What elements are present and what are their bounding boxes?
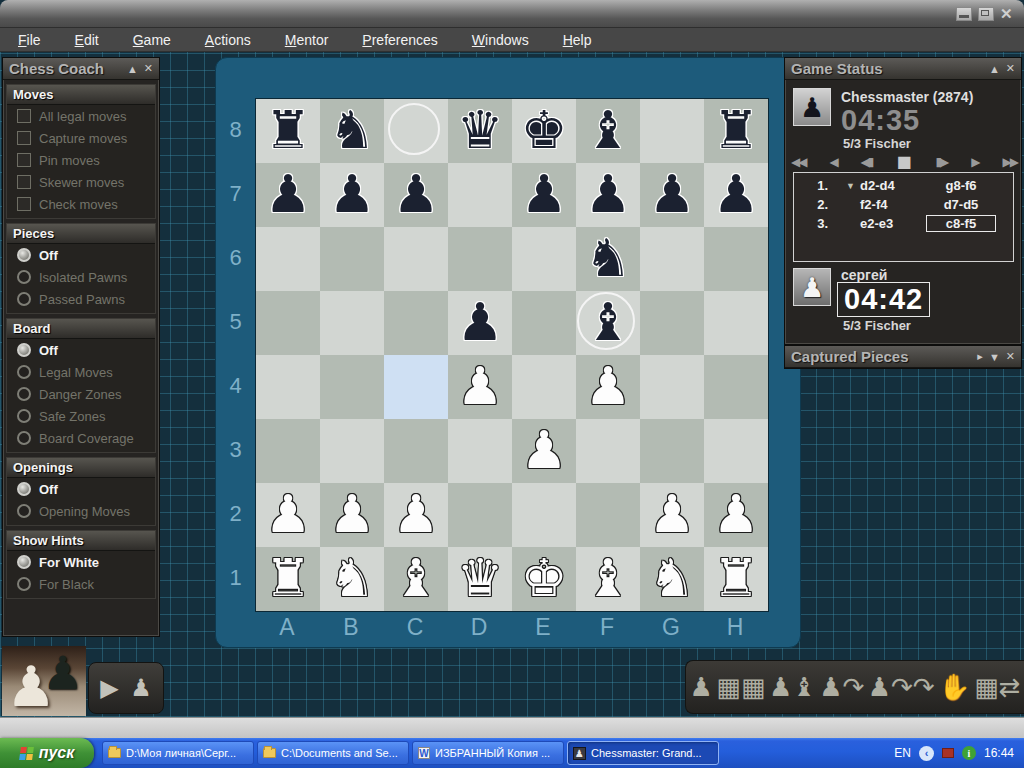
square-f8[interactable]: ♝	[576, 99, 640, 163]
radio-safe-zones[interactable]: Safe Zones	[7, 405, 155, 427]
checkbox-icon	[17, 197, 31, 211]
expand-right-icon[interactable]: ▸	[977, 350, 983, 363]
move-row-3: 3.e2-e3c8-f5	[794, 214, 1013, 233]
task-d-моя-личная-серг-[interactable]: D:\Моя личная\Серг...	[102, 741, 254, 765]
file-label-d: D	[447, 610, 511, 644]
step-back-icon[interactable]: ◀▮	[861, 155, 873, 169]
square-d5[interactable]: ♟	[448, 291, 512, 355]
rank-labels: 87654321	[216, 98, 255, 610]
piece-d5[interactable]: ♟	[448, 291, 512, 355]
captured-pieces-header: Captured Pieces ▸ ▼ ✕	[785, 346, 1021, 368]
square-a1[interactable]: ♜	[256, 547, 320, 611]
folder-icon	[263, 748, 276, 758]
square-c7[interactable]: ♟	[384, 163, 448, 227]
game-status-panel: Game Status ▲ ✕ ♟ Chessmaster (2874) 04:…	[784, 57, 1022, 345]
chessmaster-window: FileEditGameActionsMentorPreferencesWind…	[0, 0, 1024, 768]
rank-label-2: 2	[216, 482, 255, 546]
rank-label-4: 4	[216, 354, 255, 418]
piece-c1[interactable]: ♝	[384, 547, 448, 611]
white-move[interactable]: f2-f4	[858, 197, 926, 212]
square-f2[interactable]	[576, 483, 640, 547]
piece-d8[interactable]: ♛	[448, 99, 512, 163]
chess-coach-title: Chess Coach	[9, 60, 121, 77]
file-label-b: B	[319, 610, 383, 644]
piece-g7[interactable]: ♟	[640, 163, 704, 227]
task-label: Chessmaster: Grand...	[591, 747, 702, 759]
radio-for-white[interactable]: For White	[7, 551, 155, 573]
flip-board-icon[interactable]: ▦⇄	[974, 674, 1020, 700]
piece-a7[interactable]: ♟	[256, 163, 320, 227]
task-избранный-копия-[interactable]: WИЗБРАННЫЙ Копия ...	[412, 741, 564, 765]
square-a4[interactable]	[256, 355, 320, 419]
board-themes-icon[interactable]: ▦▦	[716, 674, 765, 700]
square-h7[interactable]: ♟	[704, 163, 768, 227]
windows-logo-icon	[19, 747, 34, 760]
option-label: Off	[39, 248, 58, 263]
option-label: For Black	[39, 577, 94, 592]
chess-coach-header: Chess Coach ▲ ✕	[3, 58, 159, 80]
option-label: Isolated Pawns	[39, 270, 127, 285]
piece-f5[interactable]: ♝	[576, 291, 640, 355]
piece-e1[interactable]: ♚	[512, 547, 576, 611]
move-number: 1.	[794, 178, 832, 193]
square-h3[interactable]	[704, 419, 768, 483]
square-d2[interactable]	[448, 483, 512, 547]
section-title-show-hints: Show Hints	[7, 531, 155, 551]
radio-passed-pawns[interactable]: Passed Pawns	[7, 288, 155, 310]
file-label-h: H	[703, 610, 767, 644]
black-player-clock: 04:35	[841, 104, 920, 137]
square-d1[interactable]: ♛	[448, 547, 512, 611]
rank-label-8: 8	[216, 98, 255, 162]
replay-moves-icon[interactable]: ♟↷↷	[868, 674, 935, 700]
square-c4[interactable]	[384, 355, 448, 419]
move-row-1: 1.▼d2-d4g8-f6	[794, 176, 1013, 195]
square-f3[interactable]	[576, 419, 640, 483]
white-player-avatar: ♟	[793, 268, 831, 306]
square-f1[interactable]: ♝	[576, 547, 640, 611]
radio-off[interactable]: Off	[7, 339, 155, 361]
square-d4[interactable]: ♟	[448, 355, 512, 419]
radio-icon	[17, 431, 31, 445]
option-label: Legal Moves	[39, 365, 113, 380]
radio-icon	[17, 409, 31, 423]
word-icon: W	[418, 747, 430, 759]
task-label: D:\Моя личная\Серг...	[126, 747, 236, 759]
file-label-a: A	[255, 610, 319, 644]
title-bar	[0, 0, 1024, 28]
option-label: Opening Moves	[39, 504, 130, 519]
piece-f8[interactable]: ♝	[576, 99, 640, 163]
square-b8[interactable]: ♞	[320, 99, 384, 163]
file-label-e: E	[511, 610, 575, 644]
captured-pieces-title: Captured Pieces	[791, 348, 971, 365]
start-button[interactable]: пуск	[0, 738, 94, 768]
option-label: Off	[39, 482, 58, 497]
game-status-title: Game Status	[791, 60, 983, 77]
radio-icon	[17, 504, 31, 518]
option-label: All legal moves	[39, 109, 126, 124]
file-label-g: G	[639, 610, 703, 644]
piece-sets-icon[interactable]: ♟♝	[769, 674, 816, 700]
menu-mentor[interactable]: Mentor	[285, 32, 329, 48]
piece-h2[interactable]: ♟	[704, 483, 768, 547]
square-b6[interactable]	[320, 227, 384, 291]
close-panel-icon[interactable]: ✕	[1006, 350, 1015, 363]
chessmaster-icon: ♟	[573, 747, 586, 760]
square-h6[interactable]	[704, 227, 768, 291]
skip-to-start-icon[interactable]: ◀◀	[791, 155, 805, 169]
piece-c7[interactable]: ♟	[384, 163, 448, 227]
undo-move-icon[interactable]: ♟↷	[819, 674, 864, 700]
square-c5[interactable]	[384, 291, 448, 355]
window-controls	[956, 7, 1014, 21]
coach-section-board: BoardOffLegal MovesDanger ZonesSafe Zone…	[6, 318, 156, 453]
piece-stand-icon[interactable]: ♟	[690, 674, 713, 700]
square-f6[interactable]: ♞	[576, 227, 640, 291]
option-label: Pin moves	[39, 153, 100, 168]
square-d7[interactable]	[448, 163, 512, 227]
square-b3[interactable]	[320, 419, 384, 483]
black-player-name: Chessmaster (2874)	[841, 89, 973, 105]
skip-to-end-icon[interactable]: ▶▶	[1002, 155, 1016, 169]
square-c2[interactable]: ♟	[384, 483, 448, 547]
piece-h1[interactable]: ♜	[704, 547, 768, 611]
checkbox-icon	[17, 175, 31, 189]
square-d3[interactable]	[448, 419, 512, 483]
close-panel-icon[interactable]: ✕	[1006, 62, 1015, 75]
rank-label-5: 5	[216, 290, 255, 354]
move-number: 2.	[794, 197, 832, 212]
menu-windows[interactable]: Windows	[472, 32, 529, 48]
radio-icon	[17, 343, 31, 357]
section-title-board: Board	[7, 319, 155, 339]
option-label: For White	[39, 555, 99, 570]
square-g3[interactable]	[640, 419, 704, 483]
radio-danger-zones[interactable]: Danger Zones	[7, 383, 155, 405]
square-a3[interactable]	[256, 419, 320, 483]
radio-off[interactable]: Off	[7, 244, 155, 266]
bottom-toolbar: ♟▦▦♟♝♟↷♟↷↷✋▦⇄	[685, 660, 1024, 714]
folder-icon	[108, 748, 121, 758]
menu-preferences[interactable]: Preferences	[362, 32, 438, 48]
square-b4[interactable]	[320, 355, 384, 419]
piece-h8[interactable]: ♜	[704, 99, 768, 163]
radio-icon	[17, 292, 31, 306]
task-label: C:\Documents and Se...	[281, 747, 398, 759]
playback-controls: ◀◀◀◀▮■▮▶▶▶▶	[791, 152, 1017, 171]
piece-c2[interactable]: ♟	[384, 483, 448, 547]
square-e7[interactable]: ♟	[512, 163, 576, 227]
square-e2[interactable]	[512, 483, 576, 547]
language-indicator[interactable]: EN	[894, 746, 911, 760]
radio-isolated-pawns[interactable]: Isolated Pawns	[7, 266, 155, 288]
radio-icon	[17, 577, 31, 591]
square-b1[interactable]: ♞	[320, 547, 384, 611]
tray-clock: 16:44	[984, 746, 1014, 760]
forward-icon[interactable]: ▶	[971, 155, 978, 169]
piece-b7[interactable]: ♟	[320, 163, 384, 227]
captured-pieces-panel: Captured Pieces ▸ ▼ ✕	[784, 345, 1022, 369]
black-player-avatar: ♟	[793, 88, 831, 126]
radio-for-black[interactable]: For Black	[7, 573, 155, 595]
rank-label-3: 3	[216, 418, 255, 482]
option-label: Capture moves	[39, 131, 127, 146]
checkbox-check-moves[interactable]: Check moves	[7, 193, 155, 215]
pawn-icon[interactable]: ♟	[130, 674, 152, 702]
square-g6[interactable]	[640, 227, 704, 291]
checkbox-capture-moves[interactable]: Capture moves	[7, 127, 155, 149]
rank-label-6: 6	[216, 226, 255, 290]
status-bar	[0, 717, 1024, 738]
square-d6[interactable]	[448, 227, 512, 291]
checkbox-skewer-moves[interactable]: Skewer moves	[7, 171, 155, 193]
option-label: Passed Pawns	[39, 292, 125, 307]
menu-bar: FileEditGameActionsMentorPreferencesWind…	[0, 28, 1024, 52]
piece-e3[interactable]: ♟	[512, 419, 576, 483]
board-panel: 87654321 ♜♞♛♚♝♜♟♟♟♟♟♟♟♞♟♝♟♟♟♟♟♟♟♟♜♞♝♛♚♝♞…	[215, 57, 801, 648]
task-c-documents-and-se-[interactable]: C:\Documents and Se...	[257, 741, 409, 765]
maximize-icon[interactable]	[978, 7, 994, 21]
piece-d1[interactable]: ♛	[448, 547, 512, 611]
piece-a8[interactable]: ♜	[256, 99, 320, 163]
move-now-hand-icon[interactable]: ✋	[938, 674, 970, 700]
square-g8[interactable]	[640, 99, 704, 163]
radio-board-coverage[interactable]: Board Coverage	[7, 427, 155, 449]
file-label-f: F	[575, 610, 639, 644]
white-move[interactable]: d2-d4	[858, 178, 926, 193]
checkbox-pin-moves[interactable]: Pin moves	[7, 149, 155, 171]
square-h2[interactable]: ♟	[704, 483, 768, 547]
coach-section-moves: MovesAll legal movesCapture movesPin mov…	[6, 84, 156, 219]
square-c6[interactable]	[384, 227, 448, 291]
square-a5[interactable]	[256, 291, 320, 355]
checkbox-icon	[17, 153, 31, 167]
radio-icon	[17, 365, 31, 379]
black-move[interactable]: d7-d5	[926, 197, 996, 212]
menu-game[interactable]: Game	[133, 32, 171, 48]
square-b2[interactable]: ♟	[320, 483, 384, 547]
chess-coach-body: MovesAll legal movesCapture movesPin mov…	[3, 84, 159, 599]
square-e3[interactable]: ♟	[512, 419, 576, 483]
square-h1[interactable]: ♜	[704, 547, 768, 611]
tray-chevron-icon[interactable]: ‹	[919, 746, 934, 761]
piece-f4[interactable]: ♟	[576, 355, 640, 419]
square-e5[interactable]	[512, 291, 576, 355]
section-title-pieces: Pieces	[7, 224, 155, 244]
square-b5[interactable]	[320, 291, 384, 355]
piece-g2[interactable]: ♟	[640, 483, 704, 547]
rank-label-1: 1	[216, 546, 255, 610]
close-icon[interactable]	[1000, 7, 1014, 21]
piece-a1[interactable]: ♜	[256, 547, 320, 611]
square-h8[interactable]: ♜	[704, 99, 768, 163]
square-g2[interactable]: ♟	[640, 483, 704, 547]
square-e1[interactable]: ♚	[512, 547, 576, 611]
coach-section-openings: OpeningsOffOpening Moves	[6, 457, 156, 526]
square-b7[interactable]: ♟	[320, 163, 384, 227]
square-g7[interactable]: ♟	[640, 163, 704, 227]
radio-icon	[17, 555, 31, 569]
square-f5[interactable]: ♝	[576, 291, 640, 355]
quick-play-bar: ▶♟	[88, 662, 164, 714]
collapse-icon[interactable]: ▲	[989, 63, 1000, 75]
option-label: Safe Zones	[39, 409, 106, 424]
minimize-icon[interactable]	[956, 7, 972, 21]
white-player-name: сергей	[841, 267, 887, 283]
piece-g1[interactable]: ♞	[640, 547, 704, 611]
piece-f7[interactable]: ♟	[576, 163, 640, 227]
coach-section-pieces: PiecesOffIsolated PawnsPassed Pawns	[6, 223, 156, 314]
chess-coach-panel: Chess Coach ▲ ✕ MovesAll legal movesCapt…	[2, 57, 160, 637]
checkbox-icon	[17, 131, 31, 145]
square-c1[interactable]: ♝	[384, 547, 448, 611]
system-tray: EN ‹ i 16:44	[894, 746, 1024, 761]
back-icon[interactable]: ◀	[829, 155, 836, 169]
menu-actions[interactable]: Actions	[205, 32, 251, 48]
task-label: ИЗБРАННЫЙ Копия ...	[435, 747, 550, 759]
rank-label-7: 7	[216, 162, 255, 226]
option-label: Danger Zones	[39, 387, 121, 402]
white-player-time-control: 5/3 Fischer	[843, 318, 911, 333]
option-label: Skewer moves	[39, 175, 124, 190]
piece-h7[interactable]: ♟	[704, 163, 768, 227]
move-row-2: 2.f2-f4d7-d5	[794, 195, 1013, 214]
piece-d4[interactable]: ♟	[448, 355, 512, 419]
desktop: Chess Coach ▲ ✕ MovesAll legal movesCapt…	[0, 52, 1024, 717]
piece-e7[interactable]: ♟	[512, 163, 576, 227]
collapse-icon[interactable]: ▲	[127, 63, 138, 75]
piece-f1[interactable]: ♝	[576, 547, 640, 611]
square-f4[interactable]: ♟	[576, 355, 640, 419]
tray-info-icon[interactable]: i	[962, 746, 976, 760]
radio-icon	[17, 482, 31, 496]
close-panel-icon[interactable]: ✕	[144, 62, 153, 75]
square-h4[interactable]	[704, 355, 768, 419]
square-h5[interactable]	[704, 291, 768, 355]
menu-edit[interactable]: Edit	[75, 32, 99, 48]
checkbox-icon	[17, 109, 31, 123]
square-a6[interactable]	[256, 227, 320, 291]
taskbar: пуск D:\Моя личная\Серг...C:\Documents a…	[0, 738, 1024, 768]
coach-section-show-hints: Show HintsFor WhiteFor Black	[6, 530, 156, 599]
square-a2[interactable]: ♟	[256, 483, 320, 547]
collapse-icon[interactable]: ▼	[989, 351, 1000, 363]
file-labels: ABCDEFGH	[255, 610, 767, 644]
square-a7[interactable]: ♟	[256, 163, 320, 227]
game-status-header: Game Status ▲ ✕	[785, 58, 1021, 80]
option-label: Check moves	[39, 197, 118, 212]
piece-b1[interactable]: ♞	[320, 547, 384, 611]
radio-off[interactable]: Off	[7, 478, 155, 500]
radio-icon	[17, 248, 31, 262]
current-position-marker: ▼	[832, 181, 858, 191]
square-g4[interactable]	[640, 355, 704, 419]
square-d8[interactable]: ♛	[448, 99, 512, 163]
tray-network-icon[interactable]	[942, 748, 954, 758]
move-list: 1.▼d2-d4g8-f62.f2-f4d7-d53.e2-e3c8-f5	[793, 172, 1014, 262]
start-label: пуск	[39, 744, 75, 762]
piece-e8[interactable]: ♚	[512, 99, 576, 163]
white-move[interactable]: e2-e3	[858, 216, 926, 231]
radio-icon	[17, 270, 31, 284]
option-label: Off	[39, 343, 58, 358]
square-c8[interactable]	[384, 99, 448, 163]
square-g1[interactable]: ♞	[640, 547, 704, 611]
square-f7[interactable]: ♟	[576, 163, 640, 227]
section-title-moves: Moves	[7, 85, 155, 105]
move-number: 3.	[794, 216, 832, 231]
file-label-c: C	[383, 610, 447, 644]
chess-board: ♜♞♛♚♝♜♟♟♟♟♟♟♟♞♟♝♟♟♟♟♟♟♟♟♜♞♝♛♚♝♞♜	[255, 98, 769, 612]
piece-f6[interactable]: ♞	[576, 227, 640, 291]
square-e6[interactable]	[512, 227, 576, 291]
option-label: Board Coverage	[39, 431, 134, 446]
square-g5[interactable]	[640, 291, 704, 355]
taskbar-tasks: D:\Моя личная\Серг...C:\Documents and Se…	[102, 741, 719, 765]
move-from-marker	[388, 103, 440, 155]
square-e8[interactable]: ♚	[512, 99, 576, 163]
step-forward-icon[interactable]: ▮▶	[935, 155, 947, 169]
white-pawn-3d-icon: ♟	[6, 654, 56, 716]
checkbox-all-legal-moves[interactable]: All legal moves	[7, 105, 155, 127]
section-title-openings: Openings	[7, 458, 155, 478]
white-player-clock: 04:42	[837, 282, 930, 317]
stop-icon[interactable]: ■	[896, 152, 911, 171]
task-chessmaster-grand-[interactable]: ♟Chessmaster: Grand...	[567, 741, 719, 765]
menu-help[interactable]: Help	[563, 32, 592, 48]
square-a8[interactable]: ♜	[256, 99, 320, 163]
black-move[interactable]: c8-f5	[926, 215, 996, 232]
chess-set-thumbnail[interactable]: ♟ ♟	[2, 646, 86, 716]
radio-icon	[17, 387, 31, 401]
piece-b8[interactable]: ♞	[320, 99, 384, 163]
menu-file[interactable]: File	[18, 32, 41, 48]
square-e4[interactable]	[512, 355, 576, 419]
piece-b2[interactable]: ♟	[320, 483, 384, 547]
radio-opening-moves[interactable]: Opening Moves	[7, 500, 155, 522]
piece-a2[interactable]: ♟	[256, 483, 320, 547]
black-player-time-control: 5/3 Fischer	[843, 136, 911, 151]
play-icon[interactable]: ▶	[100, 674, 118, 702]
radio-legal-moves[interactable]: Legal Moves	[7, 361, 155, 383]
square-c3[interactable]	[384, 419, 448, 483]
black-move[interactable]: g8-f6	[926, 178, 996, 193]
